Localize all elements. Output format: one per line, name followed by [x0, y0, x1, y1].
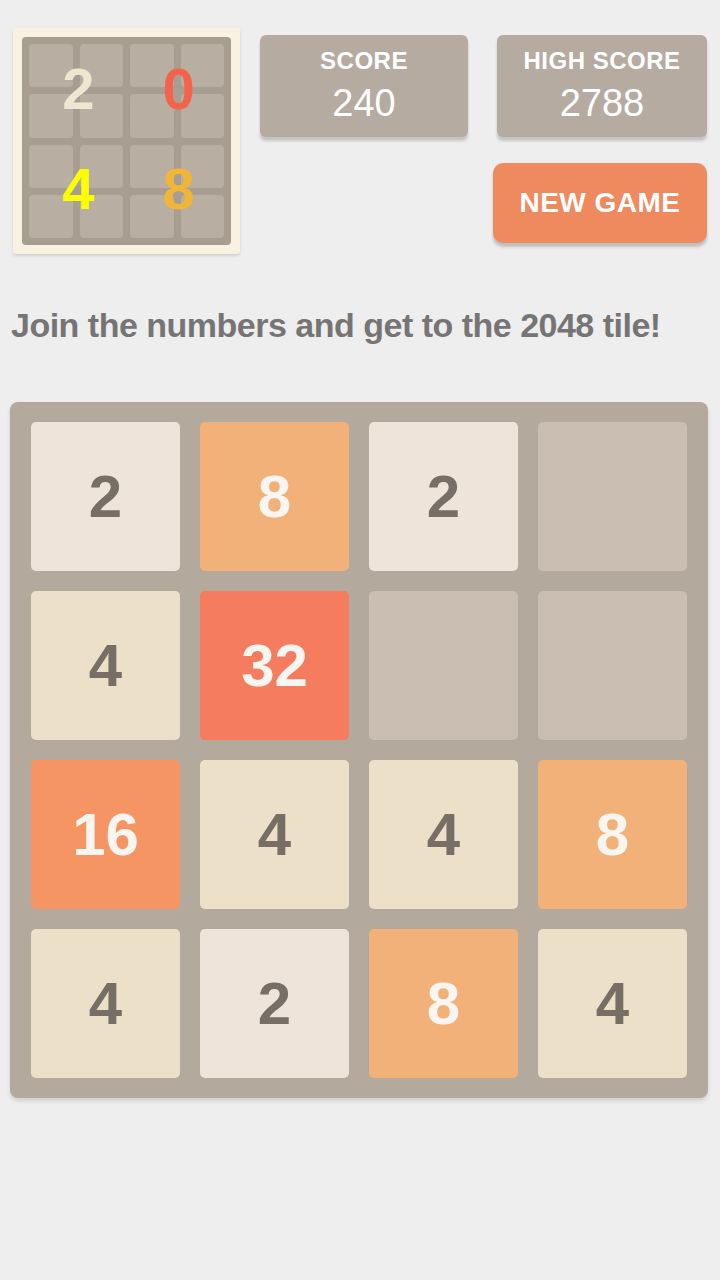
- tile-value: 4: [427, 805, 460, 865]
- high-score-value: 2788: [560, 82, 645, 125]
- tile-r2c3: [369, 591, 518, 740]
- tile-r4c4: 4: [538, 929, 687, 1078]
- logo-mini-board: 2 0 4 8: [22, 37, 231, 245]
- tile-r4c1: 4: [31, 929, 180, 1078]
- tile-r3c3: 4: [369, 760, 518, 909]
- tile-r4c3: 8: [369, 929, 518, 1078]
- app-logo: 2 0 4 8: [13, 28, 240, 254]
- high-score-box: HIGH SCORE 2788: [497, 35, 707, 137]
- tile-r1c3: 2: [369, 422, 518, 571]
- tile-r3c2: 4: [200, 760, 349, 909]
- tile-r2c4: [538, 591, 687, 740]
- tile-value: 8: [596, 805, 629, 865]
- tile-value: 32: [241, 636, 308, 696]
- tile-value: 4: [258, 805, 291, 865]
- tile-r1c2: 8: [200, 422, 349, 571]
- tile-r2c1: 4: [31, 591, 180, 740]
- game-board[interactable]: 2 8 2 4 32 16 4 4 8 4 2 8 4: [10, 402, 708, 1098]
- tile-r3c4: 8: [538, 760, 687, 909]
- logo-digit-2: 2: [62, 60, 94, 118]
- tagline: Join the numbers and get to the 2048 til…: [11, 306, 711, 345]
- score-box: SCORE 240: [260, 35, 468, 137]
- new-game-button[interactable]: NEW GAME: [493, 163, 707, 243]
- tile-r2c2: 32: [200, 591, 349, 740]
- tile-value: 2: [258, 974, 291, 1034]
- tile-r1c1: 2: [31, 422, 180, 571]
- tile-r1c4: [538, 422, 687, 571]
- tile-value: 4: [89, 636, 122, 696]
- tile-value: 4: [596, 974, 629, 1034]
- tile-value: 8: [258, 467, 291, 527]
- high-score-label: HIGH SCORE: [523, 47, 680, 75]
- tile-value: 2: [427, 467, 460, 527]
- tile-r4c2: 2: [200, 929, 349, 1078]
- tile-value: 16: [72, 805, 139, 865]
- tile-value: 4: [89, 974, 122, 1034]
- tile-r3c1: 16: [31, 760, 180, 909]
- tile-value: 2: [89, 467, 122, 527]
- tile-value: 8: [427, 974, 460, 1034]
- logo-digit-4: 4: [62, 160, 94, 218]
- logo-digit-8: 8: [163, 160, 195, 218]
- score-value: 240: [332, 82, 395, 125]
- logo-digit-0: 0: [163, 60, 195, 118]
- score-label: SCORE: [320, 47, 408, 75]
